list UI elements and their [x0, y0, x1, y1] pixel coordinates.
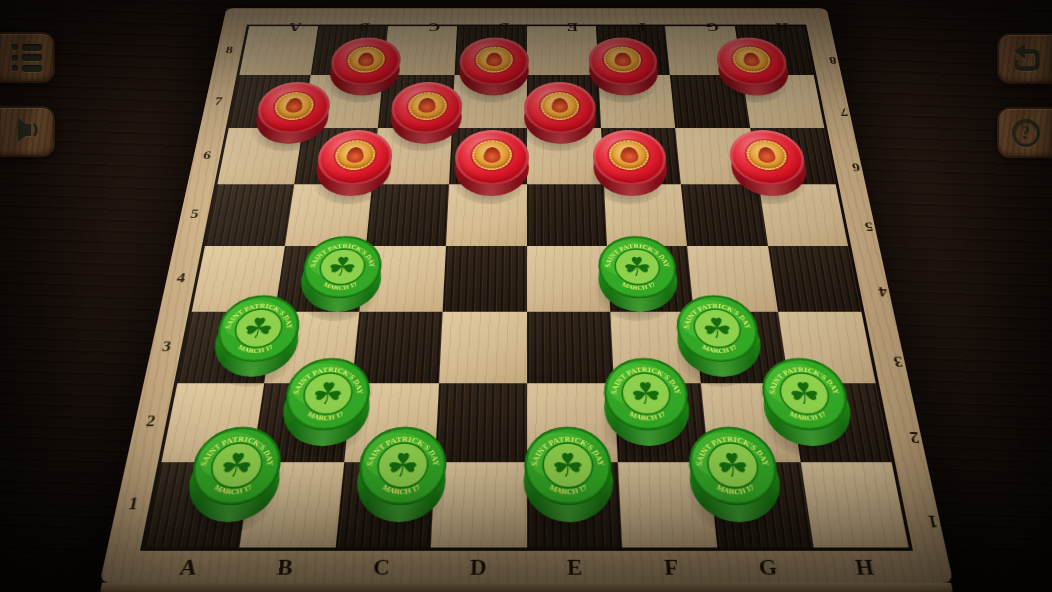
speaker-icon — [11, 114, 43, 149]
red-medallion — [609, 141, 651, 171]
rank-label-right-5: 5 — [864, 220, 875, 232]
file-label-top-d: D — [498, 21, 510, 32]
red-medallion — [407, 92, 447, 120]
svg-text:☘: ☘ — [715, 446, 752, 484]
piece-green-b4[interactable]: ☘SAINT PATRICK'S DAYMARCH 17 — [301, 246, 382, 306]
file-label-bottom-a: A — [178, 556, 198, 578]
red-medallion — [472, 141, 512, 171]
rank-label-right-2: 2 — [908, 430, 920, 446]
svg-text:☘: ☘ — [629, 376, 663, 411]
piece-red-e7[interactable] — [527, 90, 595, 138]
rank-label-left-6: 6 — [202, 150, 212, 161]
red-medallion — [604, 47, 643, 73]
help-button[interactable]: ? — [997, 107, 1052, 158]
piece-red-f8[interactable] — [590, 45, 658, 90]
red-medallion — [475, 47, 513, 73]
file-label-top-b: B — [358, 21, 370, 32]
file-label-top-e: E — [567, 21, 578, 32]
piece-green-f4[interactable]: ☘SAINT PATRICK'S DAYMARCH 17 — [599, 246, 677, 306]
piece-red-b8[interactable] — [330, 45, 400, 90]
rank-label-right-8: 8 — [828, 55, 837, 65]
rank-label-right-3: 3 — [892, 354, 904, 369]
file-label-bottom-d: D — [470, 556, 487, 578]
sound-button[interactable] — [0, 106, 55, 157]
red-medallion — [346, 47, 386, 73]
svg-text:☘: ☘ — [551, 446, 584, 484]
file-label-bottom-e: E — [567, 556, 583, 578]
piece-red-d6[interactable] — [456, 138, 526, 190]
question-mark-icon: ? — [1012, 119, 1040, 147]
rank-label-left-5: 5 — [189, 208, 199, 220]
rank-label-left-8: 8 — [225, 45, 234, 55]
rank-label-left-1: 1 — [127, 495, 140, 512]
piece-green-a1[interactable]: ☘SAINT PATRICK'S DAYMARCH 17 — [187, 438, 282, 513]
piece-red-a7[interactable] — [255, 90, 329, 138]
red-medallion — [731, 47, 772, 73]
file-label-bottom-b: B — [276, 556, 294, 578]
piece-red-b6[interactable] — [316, 138, 391, 190]
pieces-layer: ☘SAINT PATRICK'S DAYMARCH 17☘SAINT PATRI… — [187, 45, 865, 514]
file-label-bottom-h: H — [854, 556, 876, 578]
piece-red-c7[interactable] — [391, 90, 461, 138]
piece-green-g3[interactable]: ☘SAINT PATRICK'S DAYMARCH 17 — [677, 305, 761, 369]
file-label-top-h: H — [775, 21, 790, 32]
menu-list-icon — [12, 44, 42, 72]
checkers-board: ☘SAINT PATRICK'S DAYMARCH 17☘SAINT PATRI… — [100, 8, 954, 582]
red-piece-face — [459, 37, 529, 85]
red-piece-face — [454, 130, 529, 185]
piece-green-g1[interactable]: ☘SAINT PATRICK'S DAYMARCH 17 — [689, 438, 781, 513]
svg-text:☘: ☘ — [701, 312, 735, 344]
file-label-bottom-g: G — [758, 556, 778, 578]
undo-button[interactable] — [997, 33, 1052, 84]
file-label-top-a: A — [289, 21, 303, 32]
svg-text:☘: ☘ — [786, 376, 823, 411]
piece-green-c1[interactable]: ☘SAINT PATRICK'S DAYMARCH 17 — [357, 438, 445, 513]
file-label-top-g: G — [706, 21, 720, 32]
piece-green-e1[interactable]: ☘SAINT PATRICK'S DAYMARCH 17 — [527, 438, 612, 513]
svg-text:☘: ☘ — [385, 446, 420, 484]
rank-label-right-1: 1 — [926, 512, 939, 529]
svg-text:☘: ☘ — [242, 312, 277, 344]
rank-label-left-2: 2 — [145, 414, 157, 430]
file-label-top-c: C — [428, 21, 441, 32]
svg-text:☘: ☘ — [622, 252, 653, 282]
rank-label-right-4: 4 — [877, 285, 888, 298]
file-label-bottom-f: F — [664, 556, 680, 578]
piece-red-d8[interactable] — [461, 45, 527, 90]
red-medallion — [273, 92, 316, 120]
file-label-bottom-c: C — [373, 556, 391, 578]
rank-label-right-7: 7 — [839, 106, 849, 117]
green-piece-face: ☘SAINT PATRICK'S DAYMARCH 17 — [524, 426, 614, 505]
rank-label-left-7: 7 — [214, 96, 223, 106]
svg-text:☘: ☘ — [218, 446, 256, 484]
piece-red-h8[interactable] — [717, 45, 789, 90]
rank-label-right-6: 6 — [851, 161, 861, 172]
piece-green-b2[interactable]: ☘SAINT PATRICK'S DAYMARCH 17 — [282, 369, 370, 438]
piece-red-h6[interactable] — [730, 138, 807, 190]
piece-red-f6[interactable] — [594, 138, 666, 190]
piece-green-f2[interactable]: ☘SAINT PATRICK'S DAYMARCH 17 — [605, 369, 690, 438]
red-medallion — [334, 141, 377, 171]
piece-green-a3[interactable]: ☘SAINT PATRICK'S DAYMARCH 17 — [214, 305, 301, 369]
red-medallion — [744, 141, 788, 171]
board-playing-area: ☘SAINT PATRICK'S DAYMARCH 17☘SAINT PATRI… — [140, 25, 913, 551]
file-label-top-f: F — [635, 21, 646, 32]
svg-text:☘: ☘ — [326, 252, 358, 282]
rank-label-left-4: 4 — [176, 271, 187, 284]
red-piece-face — [524, 82, 596, 133]
menu-button[interactable] — [0, 32, 55, 83]
board-frame: ☘SAINT PATRICK'S DAYMARCH 17☘SAINT PATRI… — [100, 8, 954, 582]
rank-label-left-3: 3 — [161, 340, 173, 354]
red-medallion — [540, 92, 579, 120]
undo-arrow-icon — [1010, 41, 1042, 76]
game-table: ☘SAINT PATRICK'S DAYMARCH 17☘SAINT PATRI… — [0, 0, 1052, 592]
svg-text:☘: ☘ — [310, 376, 345, 411]
piece-green-h2[interactable]: ☘SAINT PATRICK'S DAYMARCH 17 — [761, 369, 852, 438]
